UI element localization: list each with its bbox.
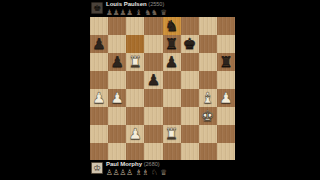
square-c6[interactable]: ♜ bbox=[126, 53, 144, 71]
square-d6[interactable] bbox=[144, 53, 162, 71]
white-rook: ♜ bbox=[163, 125, 181, 143]
black-king: ♚ bbox=[181, 35, 199, 53]
white-king-icon: ♔ bbox=[93, 164, 101, 173]
square-g5[interactable] bbox=[199, 71, 217, 89]
square-c5[interactable] bbox=[126, 71, 144, 89]
square-g2[interactable] bbox=[199, 125, 217, 143]
square-b4[interactable]: ♟ bbox=[108, 89, 126, 107]
top-player-rating: (2550) bbox=[148, 1, 164, 7]
square-d1[interactable] bbox=[144, 143, 162, 161]
square-a2[interactable] bbox=[90, 125, 108, 143]
square-h4[interactable]: ♟ bbox=[217, 89, 235, 107]
black-rook: ♜ bbox=[217, 53, 235, 71]
square-d7[interactable] bbox=[144, 35, 162, 53]
square-e5[interactable] bbox=[163, 71, 181, 89]
square-e2[interactable]: ♜ bbox=[163, 125, 181, 143]
square-a7[interactable]: ♟ bbox=[90, 35, 108, 53]
square-a5[interactable] bbox=[90, 71, 108, 89]
square-f8[interactable] bbox=[181, 17, 199, 35]
white-pawn: ♟ bbox=[126, 125, 144, 143]
top-captured-pieces: ♟♟♟♟ ♝ ♞♞ ♛ bbox=[106, 9, 167, 17]
bottom-player-name: Paul Morphy (2680) bbox=[106, 161, 167, 168]
square-h2[interactable] bbox=[217, 125, 235, 143]
square-c1[interactable] bbox=[126, 143, 144, 161]
square-c7[interactable] bbox=[126, 35, 144, 53]
square-f6[interactable] bbox=[181, 53, 199, 71]
square-b8[interactable] bbox=[108, 17, 126, 35]
square-a1[interactable] bbox=[90, 143, 108, 161]
square-f1[interactable] bbox=[181, 143, 199, 161]
square-h5[interactable] bbox=[217, 71, 235, 89]
square-b7[interactable] bbox=[108, 35, 126, 53]
square-d4[interactable] bbox=[144, 89, 162, 107]
square-e4[interactable] bbox=[163, 89, 181, 107]
square-c8[interactable] bbox=[126, 17, 144, 35]
square-g4[interactable]: ♝ bbox=[199, 89, 217, 107]
square-h7[interactable] bbox=[217, 35, 235, 53]
square-g7[interactable] bbox=[199, 35, 217, 53]
square-h1[interactable] bbox=[217, 143, 235, 161]
square-g1[interactable] bbox=[199, 143, 217, 161]
square-h6[interactable]: ♜ bbox=[217, 53, 235, 71]
square-f2[interactable] bbox=[181, 125, 199, 143]
square-c3[interactable] bbox=[126, 107, 144, 125]
square-f5[interactable] bbox=[181, 71, 199, 89]
square-b2[interactable] bbox=[108, 125, 126, 143]
square-f7[interactable]: ♚ bbox=[181, 35, 199, 53]
white-pawn: ♟ bbox=[217, 89, 235, 107]
bottom-player-avatar: ♔ bbox=[91, 162, 103, 174]
square-e6[interactable]: ♟ bbox=[163, 53, 181, 71]
square-c4[interactable] bbox=[126, 89, 144, 107]
top-player-name: Louis Paulsen (2550) bbox=[106, 1, 167, 8]
bottom-captured-pieces: ♙♙♙♙ ♗♗ ♘ ♕ bbox=[106, 169, 167, 177]
black-pawn: ♟ bbox=[108, 53, 126, 71]
black-rook: ♜ bbox=[163, 35, 181, 53]
square-a3[interactable] bbox=[90, 107, 108, 125]
square-d3[interactable] bbox=[144, 107, 162, 125]
square-f4[interactable] bbox=[181, 89, 199, 107]
square-b6[interactable]: ♟ bbox=[108, 53, 126, 71]
square-e1[interactable] bbox=[163, 143, 181, 161]
top-player-banner: ♚ Louis Paulsen (2550) ♟♟♟♟ ♝ ♞♞ ♛ bbox=[0, 0, 320, 17]
square-b3[interactable] bbox=[108, 107, 126, 125]
black-king-icon: ♚ bbox=[93, 4, 101, 13]
top-player-avatar: ♚ bbox=[91, 2, 103, 14]
square-a8[interactable] bbox=[90, 17, 108, 35]
square-e8[interactable]: ♞ bbox=[163, 17, 181, 35]
square-b1[interactable] bbox=[108, 143, 126, 161]
square-h3[interactable] bbox=[217, 107, 235, 125]
white-bishop: ♝ bbox=[199, 89, 217, 107]
square-d5[interactable]: ♟ bbox=[144, 71, 162, 89]
square-h8[interactable] bbox=[217, 17, 235, 35]
video-frame: ♞♟♜♚♟♜♟♜♟♟♟♝♟♚♟♜ ♚ Louis Paulsen (2550) … bbox=[0, 0, 320, 180]
black-pawn: ♟ bbox=[90, 35, 108, 53]
white-pawn: ♟ bbox=[90, 89, 108, 107]
square-f3[interactable] bbox=[181, 107, 199, 125]
white-king: ♚ bbox=[199, 107, 217, 125]
square-b5[interactable] bbox=[108, 71, 126, 89]
white-rook: ♜ bbox=[126, 53, 144, 71]
square-d8[interactable] bbox=[144, 17, 162, 35]
square-e3[interactable] bbox=[163, 107, 181, 125]
square-a6[interactable] bbox=[90, 53, 108, 71]
square-a4[interactable]: ♟ bbox=[90, 89, 108, 107]
square-g6[interactable] bbox=[199, 53, 217, 71]
square-g8[interactable] bbox=[199, 17, 217, 35]
chess-board: ♞♟♜♚♟♜♟♜♟♟♟♝♟♚♟♜ bbox=[90, 17, 235, 161]
square-c2[interactable]: ♟ bbox=[126, 125, 144, 143]
white-pawn: ♟ bbox=[108, 89, 126, 107]
black-knight: ♞ bbox=[163, 17, 181, 35]
black-pawn: ♟ bbox=[163, 53, 181, 71]
bottom-player-rating: (2680) bbox=[144, 161, 160, 167]
square-g3[interactable]: ♚ bbox=[199, 107, 217, 125]
black-pawn: ♟ bbox=[144, 71, 162, 89]
square-e7[interactable]: ♜ bbox=[163, 35, 181, 53]
bottom-player-banner: ♔ Paul Morphy (2680) ♙♙♙♙ ♗♗ ♘ ♕ DON'T F… bbox=[0, 160, 320, 180]
square-d2[interactable] bbox=[144, 125, 162, 143]
